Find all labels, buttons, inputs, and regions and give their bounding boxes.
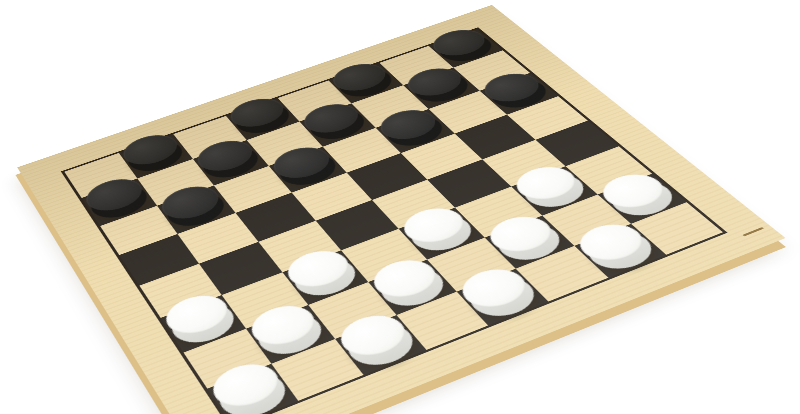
board-grid (61, 27, 728, 414)
checkers-board (17, 5, 785, 414)
scene (0, 0, 800, 414)
wood-notch (742, 227, 764, 236)
